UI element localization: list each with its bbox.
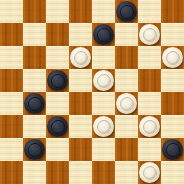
square-e7[interactable] bbox=[92, 23, 115, 46]
white-man-f4[interactable] bbox=[116, 93, 137, 114]
square-g3[interactable] bbox=[138, 115, 161, 138]
square-f5 bbox=[115, 69, 138, 92]
square-c6 bbox=[46, 46, 69, 69]
square-g5[interactable] bbox=[138, 69, 161, 92]
square-c4 bbox=[46, 92, 69, 115]
square-e3[interactable] bbox=[92, 115, 115, 138]
square-h3 bbox=[161, 115, 184, 138]
white-man-e3[interactable] bbox=[93, 116, 114, 137]
square-c5[interactable] bbox=[46, 69, 69, 92]
square-d5 bbox=[69, 69, 92, 92]
square-d1 bbox=[69, 161, 92, 184]
square-e1[interactable] bbox=[92, 161, 115, 184]
square-f3 bbox=[115, 115, 138, 138]
square-h8[interactable] bbox=[161, 0, 184, 23]
square-b5 bbox=[23, 69, 46, 92]
square-a2 bbox=[0, 138, 23, 161]
square-b3 bbox=[23, 115, 46, 138]
square-g4 bbox=[138, 92, 161, 115]
square-d2[interactable] bbox=[69, 138, 92, 161]
black-man-e7[interactable] bbox=[93, 24, 114, 45]
square-f4[interactable] bbox=[115, 92, 138, 115]
square-e6 bbox=[92, 46, 115, 69]
black-man-h2[interactable] bbox=[162, 139, 183, 160]
square-d4[interactable] bbox=[69, 92, 92, 115]
square-b1 bbox=[23, 161, 46, 184]
square-a5[interactable] bbox=[0, 69, 23, 92]
square-g2 bbox=[138, 138, 161, 161]
square-h7 bbox=[161, 23, 184, 46]
white-man-g1[interactable] bbox=[139, 162, 160, 183]
square-b4[interactable] bbox=[23, 92, 46, 115]
square-g7[interactable] bbox=[138, 23, 161, 46]
square-h5 bbox=[161, 69, 184, 92]
square-d3 bbox=[69, 115, 92, 138]
square-b7 bbox=[23, 23, 46, 46]
square-e5[interactable] bbox=[92, 69, 115, 92]
square-g1[interactable] bbox=[138, 161, 161, 184]
square-h2[interactable] bbox=[161, 138, 184, 161]
black-man-c3[interactable] bbox=[47, 116, 68, 137]
square-h4[interactable] bbox=[161, 92, 184, 115]
square-b8[interactable] bbox=[23, 0, 46, 23]
square-e8 bbox=[92, 0, 115, 23]
square-a8 bbox=[0, 0, 23, 23]
square-b2[interactable] bbox=[23, 138, 46, 161]
square-a3[interactable] bbox=[0, 115, 23, 138]
square-c1[interactable] bbox=[46, 161, 69, 184]
square-h6[interactable] bbox=[161, 46, 184, 69]
square-a1[interactable] bbox=[0, 161, 23, 184]
square-d8[interactable] bbox=[69, 0, 92, 23]
square-g6 bbox=[138, 46, 161, 69]
square-f2[interactable] bbox=[115, 138, 138, 161]
black-man-b2[interactable] bbox=[24, 139, 45, 160]
black-man-c5[interactable] bbox=[47, 70, 68, 91]
white-man-g7[interactable] bbox=[139, 24, 160, 45]
square-e2 bbox=[92, 138, 115, 161]
square-f8[interactable] bbox=[115, 0, 138, 23]
black-man-f8[interactable] bbox=[116, 1, 137, 22]
square-c3[interactable] bbox=[46, 115, 69, 138]
square-f6[interactable] bbox=[115, 46, 138, 69]
square-d6[interactable] bbox=[69, 46, 92, 69]
square-a7[interactable] bbox=[0, 23, 23, 46]
square-f7 bbox=[115, 23, 138, 46]
white-man-e5[interactable] bbox=[93, 70, 114, 91]
square-g8 bbox=[138, 0, 161, 23]
square-b6[interactable] bbox=[23, 46, 46, 69]
square-a4 bbox=[0, 92, 23, 115]
square-f1 bbox=[115, 161, 138, 184]
black-man-b4[interactable] bbox=[24, 93, 45, 114]
white-man-h6[interactable] bbox=[162, 47, 183, 68]
white-man-d6[interactable] bbox=[70, 47, 91, 68]
square-a6 bbox=[0, 46, 23, 69]
square-c8 bbox=[46, 0, 69, 23]
square-e4 bbox=[92, 92, 115, 115]
checkers-board bbox=[0, 0, 184, 184]
square-c2 bbox=[46, 138, 69, 161]
square-c7[interactable] bbox=[46, 23, 69, 46]
square-d7 bbox=[69, 23, 92, 46]
square-h1 bbox=[161, 161, 184, 184]
white-man-g3[interactable] bbox=[139, 116, 160, 137]
